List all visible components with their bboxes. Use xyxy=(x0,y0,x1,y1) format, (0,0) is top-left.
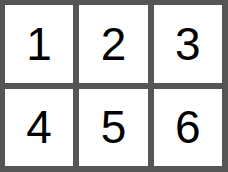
cell-r2c3[interactable]: 6 xyxy=(154,89,222,167)
cell-r2c2[interactable]: 5 xyxy=(79,89,147,167)
cell-r1c2[interactable]: 2 xyxy=(79,5,147,83)
cell-r2c1[interactable]: 4 xyxy=(5,89,73,167)
number-grid-board: 1 2 3 4 5 6 xyxy=(0,0,228,172)
cell-r1c1[interactable]: 1 xyxy=(5,5,73,83)
cell-r1c3[interactable]: 3 xyxy=(154,5,222,83)
